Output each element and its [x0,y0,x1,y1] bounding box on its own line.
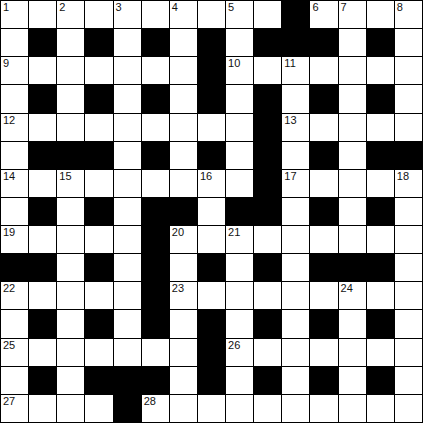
white-cell[interactable]: 21 [226,226,253,253]
white-cell[interactable] [254,226,281,253]
black-cell [142,310,169,337]
clue-number: 4 [172,1,178,14]
white-cell[interactable] [114,114,141,141]
white-cell[interactable] [114,282,141,309]
white-cell[interactable] [85,282,112,309]
white-cell[interactable] [339,114,366,141]
black-cell [254,142,281,169]
white-cell[interactable] [367,170,394,197]
white-cell[interactable] [226,282,253,309]
black-cell [85,310,112,337]
white-cell[interactable] [29,1,56,28]
white-cell[interactable]: 16 [198,170,225,197]
white-cell[interactable] [395,226,422,253]
white-cell[interactable] [29,226,56,253]
black-cell [29,367,56,394]
clue-number: 23 [172,282,184,295]
clue-number: 15 [59,170,71,183]
clue-number: 25 [3,339,15,352]
white-cell[interactable] [226,114,253,141]
black-cell [254,29,281,56]
white-cell[interactable] [395,85,422,112]
white-cell[interactable] [367,114,394,141]
white-cell[interactable] [114,310,141,337]
white-cell[interactable] [170,254,197,281]
white-cell[interactable] [170,29,197,56]
black-cell [170,198,197,225]
white-cell[interactable] [85,395,112,422]
white-cell[interactable]: 20 [170,226,197,253]
clue-number: 20 [172,226,184,239]
white-cell[interactable] [142,1,169,28]
black-cell [198,85,225,112]
white-cell[interactable] [339,142,366,169]
white-cell[interactable] [339,367,366,394]
white-cell[interactable] [85,226,112,253]
white-cell[interactable] [282,339,309,366]
black-cell [310,142,337,169]
black-cell [367,85,394,112]
white-cell[interactable] [29,339,56,366]
black-cell [29,254,56,281]
black-cell [142,254,169,281]
white-cell[interactable] [29,282,56,309]
black-cell [85,85,112,112]
white-cell[interactable] [226,170,253,197]
black-cell [85,198,112,225]
white-cell[interactable]: 25 [1,339,28,366]
white-cell[interactable] [114,339,141,366]
white-cell[interactable] [57,85,84,112]
white-cell[interactable] [310,339,337,366]
white-cell[interactable] [339,57,366,84]
black-cell [282,1,309,28]
white-cell[interactable] [395,114,422,141]
clue-number: 28 [144,395,156,408]
white-cell[interactable] [339,198,366,225]
white-cell[interactable] [226,395,253,422]
clue-number: 22 [3,282,15,295]
black-cell [367,310,394,337]
black-cell [198,367,225,394]
black-cell [57,142,84,169]
white-cell[interactable] [339,310,366,337]
white-cell[interactable] [114,170,141,197]
black-cell [367,254,394,281]
black-cell [367,29,394,56]
white-cell[interactable] [57,339,84,366]
white-cell[interactable]: 8 [395,1,422,28]
white-cell[interactable]: 27 [1,395,28,422]
clue-number: 2 [59,1,65,14]
white-cell[interactable]: 15 [57,170,84,197]
white-cell[interactable] [395,339,422,366]
white-cell[interactable] [142,170,169,197]
black-cell [85,254,112,281]
white-cell[interactable] [367,1,394,28]
black-cell [142,85,169,112]
white-cell[interactable] [1,85,28,112]
clue-number: 5 [228,1,234,14]
white-cell[interactable] [85,57,112,84]
white-cell[interactable] [226,29,253,56]
white-cell[interactable]: 6 [310,1,337,28]
white-cell[interactable] [310,226,337,253]
clue-number: 12 [3,114,15,127]
clue-number: 8 [397,1,403,14]
white-cell[interactable] [310,395,337,422]
black-cell [254,85,281,112]
clue-number: 17 [284,170,296,183]
crossword-grid: 1234567891011121314151617181920212223242… [0,0,423,423]
white-cell[interactable] [254,339,281,366]
black-cell [310,367,337,394]
black-cell [142,367,169,394]
black-cell [142,226,169,253]
white-cell[interactable] [170,310,197,337]
white-cell[interactable] [198,1,225,28]
black-cell [29,198,56,225]
white-cell[interactable] [198,395,225,422]
white-cell[interactable] [29,57,56,84]
white-cell[interactable] [1,310,28,337]
white-cell[interactable] [29,395,56,422]
black-cell [85,367,112,394]
white-cell[interactable] [114,198,141,225]
white-cell[interactable] [254,282,281,309]
white-cell[interactable] [1,142,28,169]
white-cell[interactable] [395,310,422,337]
white-cell[interactable] [57,57,84,84]
white-cell[interactable] [282,282,309,309]
white-cell[interactable] [29,114,56,141]
black-cell [198,29,225,56]
white-cell[interactable]: 12 [1,114,28,141]
white-cell[interactable] [310,282,337,309]
white-cell[interactable] [114,142,141,169]
white-cell[interactable] [85,1,112,28]
black-cell [29,310,56,337]
white-cell[interactable] [226,310,253,337]
white-cell[interactable] [170,367,197,394]
white-cell[interactable] [170,395,197,422]
white-cell[interactable] [282,85,309,112]
black-cell [85,29,112,56]
white-cell[interactable] [339,395,366,422]
white-cell[interactable] [198,282,225,309]
white-cell[interactable] [170,339,197,366]
clue-number: 21 [228,226,240,239]
white-cell[interactable]: 4 [170,1,197,28]
black-cell [310,310,337,337]
black-cell [198,57,225,84]
white-cell[interactable] [395,282,422,309]
white-cell[interactable] [1,198,28,225]
black-cell [254,170,281,197]
white-cell[interactable] [339,170,366,197]
white-cell[interactable] [367,57,394,84]
white-cell[interactable]: 24 [339,282,366,309]
black-cell [367,367,394,394]
white-cell[interactable] [142,57,169,84]
clue-number: 3 [116,1,122,14]
black-cell [310,198,337,225]
white-cell[interactable]: 1 [1,1,28,28]
clue-number: 14 [3,170,15,183]
white-cell[interactable] [282,226,309,253]
white-cell[interactable]: 9 [1,57,28,84]
white-cell[interactable] [170,142,197,169]
black-cell [282,29,309,56]
white-cell[interactable] [395,198,422,225]
black-cell [310,29,337,56]
white-cell[interactable] [226,85,253,112]
white-cell[interactable] [367,282,394,309]
white-cell[interactable]: 13 [282,114,309,141]
clue-number: 18 [397,170,409,183]
white-cell[interactable]: 26 [226,339,253,366]
black-cell [142,282,169,309]
white-cell[interactable] [395,254,422,281]
white-cell[interactable] [114,29,141,56]
white-cell[interactable] [254,57,281,84]
white-cell[interactable] [367,226,394,253]
white-cell[interactable] [367,395,394,422]
white-cell[interactable] [1,29,28,56]
white-cell[interactable] [395,57,422,84]
white-cell[interactable] [170,85,197,112]
black-cell [226,198,253,225]
white-cell[interactable] [170,170,197,197]
white-cell[interactable] [85,170,112,197]
black-cell [198,254,225,281]
black-cell [310,85,337,112]
white-cell[interactable]: 14 [1,170,28,197]
black-cell [254,198,281,225]
white-cell[interactable] [57,395,84,422]
black-cell [198,339,225,366]
white-cell[interactable] [339,339,366,366]
white-cell[interactable]: 2 [57,1,84,28]
clue-number: 24 [341,282,353,295]
clue-number: 7 [341,1,347,14]
white-cell[interactable] [85,114,112,141]
white-cell[interactable]: 17 [282,170,309,197]
clue-number: 10 [228,57,240,70]
black-cell [142,142,169,169]
white-cell[interactable] [367,339,394,366]
clue-number: 6 [312,1,318,14]
black-cell [142,29,169,56]
white-cell[interactable] [170,57,197,84]
white-cell[interactable] [57,310,84,337]
white-cell[interactable] [114,85,141,112]
white-cell[interactable] [57,226,84,253]
black-cell [367,142,394,169]
white-cell[interactable]: 19 [1,226,28,253]
white-cell[interactable] [282,198,309,225]
white-cell[interactable] [226,254,253,281]
white-cell[interactable] [198,114,225,141]
white-cell[interactable] [395,367,422,394]
black-cell [367,198,394,225]
black-cell [29,85,56,112]
black-cell [395,142,422,169]
white-cell[interactable] [57,114,84,141]
white-cell[interactable] [142,114,169,141]
white-cell[interactable] [310,57,337,84]
white-cell[interactable] [226,367,253,394]
white-cell[interactable] [198,198,225,225]
black-cell [310,254,337,281]
white-cell[interactable] [282,142,309,169]
black-cell [29,142,56,169]
clue-number: 27 [3,395,15,408]
white-cell[interactable] [395,395,422,422]
white-cell[interactable]: 7 [339,1,366,28]
white-cell[interactable]: 11 [282,57,309,84]
white-cell[interactable] [254,395,281,422]
clue-number: 13 [284,114,296,127]
white-cell[interactable] [57,254,84,281]
black-cell [254,114,281,141]
white-cell[interactable] [282,395,309,422]
clue-number: 11 [284,57,295,70]
crossword-puzzle: 1234567891011121314151617181920212223242… [0,0,423,423]
clue-number: 26 [228,339,240,352]
white-cell[interactable] [339,226,366,253]
white-cell[interactable] [282,310,309,337]
white-cell[interactable] [57,282,84,309]
white-cell[interactable]: 3 [114,1,141,28]
black-cell [339,254,366,281]
white-cell[interactable] [142,339,169,366]
white-cell[interactable] [310,170,337,197]
white-cell[interactable] [114,57,141,84]
white-cell[interactable] [226,142,253,169]
white-cell[interactable]: 23 [170,282,197,309]
white-cell[interactable] [395,29,422,56]
white-cell[interactable]: 10 [226,57,253,84]
white-cell[interactable] [29,170,56,197]
white-cell[interactable] [254,1,281,28]
black-cell [114,367,141,394]
black-cell [114,395,141,422]
black-cell [198,142,225,169]
white-cell[interactable]: 22 [1,282,28,309]
clue-number: 19 [3,226,15,239]
white-cell[interactable]: 5 [226,1,253,28]
white-cell[interactable] [57,29,84,56]
white-cell[interactable] [339,85,366,112]
clue-number: 1 [3,1,9,14]
black-cell [254,254,281,281]
black-cell [85,142,112,169]
white-cell[interactable] [339,29,366,56]
white-cell[interactable]: 28 [142,395,169,422]
white-cell[interactable] [170,114,197,141]
white-cell[interactable] [282,254,309,281]
black-cell [29,29,56,56]
clue-number: 9 [3,57,9,70]
white-cell[interactable] [282,367,309,394]
black-cell [198,310,225,337]
black-cell [1,254,28,281]
white-cell[interactable] [114,254,141,281]
black-cell [254,310,281,337]
clue-number: 16 [200,170,212,183]
white-cell[interactable] [1,367,28,394]
black-cell [254,367,281,394]
white-cell[interactable]: 18 [395,170,422,197]
white-cell[interactable] [310,114,337,141]
white-cell[interactable] [57,198,84,225]
white-cell[interactable] [57,367,84,394]
white-cell[interactable] [114,226,141,253]
white-cell[interactable] [198,226,225,253]
black-cell [142,198,169,225]
white-cell[interactable] [85,339,112,366]
